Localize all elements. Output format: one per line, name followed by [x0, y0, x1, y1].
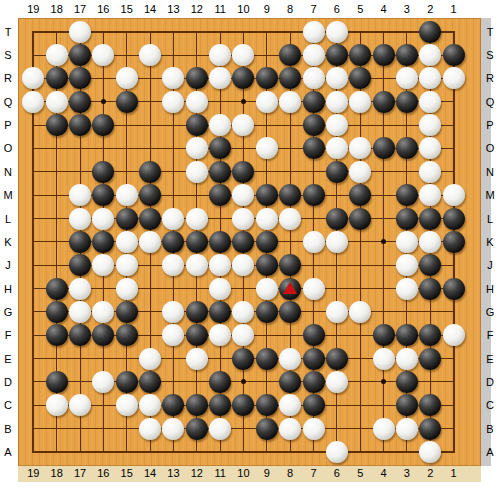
last-move-triangle-marker [283, 282, 297, 294]
white-stone [443, 184, 465, 206]
row-label-left: B [4, 423, 11, 435]
black-stone [186, 231, 208, 253]
row-label-left: G [4, 306, 13, 318]
black-stone [396, 184, 418, 206]
black-stone [46, 114, 68, 136]
white-stone [186, 208, 208, 230]
black-stone [279, 301, 301, 323]
white-stone [116, 394, 138, 416]
white-stone [69, 278, 91, 300]
black-stone [443, 278, 465, 300]
black-stone [92, 161, 114, 183]
black-stone [116, 208, 138, 230]
black-stone [186, 324, 208, 346]
black-stone [209, 161, 231, 183]
column-label-top: 15 [121, 3, 133, 15]
white-stone [443, 67, 465, 89]
column-label-bottom: 7 [310, 467, 316, 479]
black-stone [303, 184, 325, 206]
column-label-bottom: 14 [144, 467, 156, 479]
white-stone [396, 231, 418, 253]
row-label-left: A [4, 446, 11, 458]
white-stone [46, 394, 68, 416]
row-label-left: L [5, 213, 11, 225]
black-stone [279, 371, 301, 393]
white-stone [303, 67, 325, 89]
white-stone [186, 161, 208, 183]
black-stone [396, 44, 418, 66]
row-label-right: Q [486, 96, 495, 108]
black-stone [373, 44, 395, 66]
white-stone [303, 44, 325, 66]
black-stone [209, 301, 231, 323]
row-label-left: P [4, 119, 11, 131]
white-stone [279, 418, 301, 440]
row-label-left: R [4, 72, 12, 84]
white-stone [209, 44, 231, 66]
row-label-right: J [487, 259, 493, 271]
black-stone [256, 418, 278, 440]
row-label-left: Q [4, 96, 13, 108]
white-stone [279, 91, 301, 113]
column-label-top: 17 [74, 3, 86, 15]
row-label-right: S [486, 49, 493, 61]
column-label-top: 1 [451, 3, 457, 15]
white-stone [279, 208, 301, 230]
black-stone [46, 301, 68, 323]
row-label-right: H [486, 283, 494, 295]
white-stone [139, 231, 161, 253]
column-label-bottom: 10 [237, 467, 249, 479]
white-stone [139, 418, 161, 440]
row-label-left: D [4, 376, 12, 388]
column-label-top: 6 [334, 3, 340, 15]
white-stone [116, 278, 138, 300]
column-label-bottom: 3 [404, 467, 410, 479]
black-stone [303, 394, 325, 416]
black-stone [443, 44, 465, 66]
row-label-right: T [487, 26, 494, 38]
row-label-left: H [4, 283, 12, 295]
black-stone [326, 161, 348, 183]
black-stone [256, 394, 278, 416]
black-stone [116, 301, 138, 323]
white-stone [326, 231, 348, 253]
black-stone [256, 231, 278, 253]
column-label-bottom: 4 [380, 467, 386, 479]
column-label-top: 10 [237, 3, 249, 15]
black-stone [139, 208, 161, 230]
row-label-right: C [486, 399, 494, 411]
column-label-bottom: 17 [74, 467, 86, 479]
white-stone [69, 208, 91, 230]
column-label-top: 18 [51, 3, 63, 15]
black-stone [186, 67, 208, 89]
white-stone [419, 231, 441, 253]
row-label-left: J [5, 259, 11, 271]
row-label-right: O [486, 142, 495, 154]
column-label-bottom: 1 [451, 467, 457, 479]
black-stone [69, 44, 91, 66]
black-stone [116, 324, 138, 346]
column-label-top: 9 [264, 3, 270, 15]
black-stone [303, 371, 325, 393]
white-stone [326, 371, 348, 393]
black-stone [443, 208, 465, 230]
white-stone [349, 91, 371, 113]
row-label-right: M [485, 189, 494, 201]
white-stone [162, 208, 184, 230]
column-label-bottom: 12 [191, 467, 203, 479]
black-stone [139, 371, 161, 393]
column-label-top: 2 [427, 3, 433, 15]
black-stone [373, 137, 395, 159]
row-label-right: B [486, 423, 493, 435]
row-label-right: E [486, 353, 493, 365]
row-label-left: T [5, 26, 12, 38]
column-label-bottom: 2 [427, 467, 433, 479]
column-label-bottom: 19 [27, 467, 39, 479]
black-stone [303, 91, 325, 113]
white-stone [256, 208, 278, 230]
white-stone [419, 161, 441, 183]
row-label-left: C [4, 399, 12, 411]
column-label-bottom: 15 [121, 467, 133, 479]
black-stone [303, 114, 325, 136]
row-label-right: A [486, 446, 493, 458]
white-stone [326, 91, 348, 113]
column-label-bottom: 16 [97, 467, 109, 479]
column-label-bottom: 8 [287, 467, 293, 479]
black-stone [373, 324, 395, 346]
column-label-bottom: 13 [167, 467, 179, 479]
column-label-top: 12 [191, 3, 203, 15]
black-stone [186, 418, 208, 440]
black-stone [116, 371, 138, 393]
white-stone [326, 21, 348, 43]
white-stone [232, 208, 254, 230]
black-stone [46, 67, 68, 89]
row-label-right: F [487, 329, 494, 341]
black-stone [256, 254, 278, 276]
column-label-bottom: 18 [51, 467, 63, 479]
white-stone [69, 301, 91, 323]
row-label-right: K [486, 236, 493, 248]
white-stone [116, 184, 138, 206]
black-stone [256, 301, 278, 323]
column-label-top: 13 [167, 3, 179, 15]
row-label-right: L [487, 213, 493, 225]
black-stone [326, 44, 348, 66]
black-stone [46, 371, 68, 393]
white-stone [303, 21, 325, 43]
black-stone [419, 348, 441, 370]
white-stone [162, 418, 184, 440]
black-stone [256, 184, 278, 206]
white-stone [139, 44, 161, 66]
white-stone [349, 161, 371, 183]
white-stone [209, 278, 231, 300]
column-label-top: 8 [287, 3, 293, 15]
white-stone [326, 114, 348, 136]
black-stone [326, 208, 348, 230]
row-label-right: G [486, 306, 495, 318]
black-stone [186, 301, 208, 323]
black-stone [232, 348, 254, 370]
row-label-left: E [4, 353, 11, 365]
black-stone [69, 91, 91, 113]
white-stone [186, 91, 208, 113]
white-stone [279, 348, 301, 370]
black-stone [256, 348, 278, 370]
white-stone [186, 254, 208, 276]
black-stone [209, 231, 231, 253]
row-label-left: F [5, 329, 12, 341]
black-stone [69, 231, 91, 253]
grid-hline [32, 451, 454, 453]
white-stone [46, 91, 68, 113]
row-label-right: R [486, 72, 494, 84]
white-stone [92, 208, 114, 230]
column-label-top: 3 [404, 3, 410, 15]
black-stone [349, 208, 371, 230]
row-label-left: M [3, 189, 12, 201]
black-stone [396, 91, 418, 113]
row-label-left: O [4, 142, 13, 154]
black-stone [443, 231, 465, 253]
white-stone [256, 91, 278, 113]
white-stone [396, 348, 418, 370]
white-stone [396, 418, 418, 440]
white-stone [209, 418, 231, 440]
white-stone [139, 348, 161, 370]
grid-hline [32, 288, 454, 289]
black-stone [396, 371, 418, 393]
black-stone [396, 208, 418, 230]
black-stone [209, 371, 231, 393]
white-stone [116, 67, 138, 89]
row-label-left: K [4, 236, 11, 248]
row-label-right: N [486, 166, 494, 178]
white-stone [116, 231, 138, 253]
black-stone [303, 348, 325, 370]
white-stone [443, 324, 465, 346]
column-label-top: 16 [97, 3, 109, 15]
white-stone [46, 44, 68, 66]
black-stone [326, 348, 348, 370]
white-stone [69, 184, 91, 206]
white-stone [349, 301, 371, 323]
white-stone [116, 254, 138, 276]
column-label-top: 14 [144, 3, 156, 15]
white-stone [22, 91, 44, 113]
column-label-top: 19 [27, 3, 39, 15]
black-stone [373, 91, 395, 113]
column-label-top: 5 [357, 3, 363, 15]
white-stone [162, 91, 184, 113]
black-stone [116, 91, 138, 113]
white-stone [326, 301, 348, 323]
column-label-top: 7 [310, 3, 316, 15]
column-label-bottom: 6 [334, 467, 340, 479]
row-label-right: D [486, 376, 494, 388]
row-label-right: P [486, 119, 493, 131]
white-stone [373, 418, 395, 440]
white-stone [303, 278, 325, 300]
white-stone [303, 231, 325, 253]
white-stone [419, 91, 441, 113]
black-stone [69, 114, 91, 136]
white-stone [396, 254, 418, 276]
black-stone [419, 21, 441, 43]
black-stone [419, 418, 441, 440]
black-stone [419, 208, 441, 230]
white-stone [303, 418, 325, 440]
white-stone [373, 348, 395, 370]
column-label-bottom: 9 [264, 467, 270, 479]
column-label-top: 4 [380, 3, 386, 15]
black-stone [186, 114, 208, 136]
black-stone [139, 161, 161, 183]
black-stone [396, 324, 418, 346]
go-game-screenshot: 1919TT1818SS1717RR1616QQ1515PP1414OO1313… [0, 0, 500, 500]
column-label-bottom: 5 [357, 467, 363, 479]
row-label-left: S [4, 49, 11, 61]
black-stone [46, 324, 68, 346]
black-stone [186, 394, 208, 416]
white-stone [326, 441, 348, 463]
column-label-bottom: 11 [214, 467, 225, 479]
black-stone [303, 324, 325, 346]
white-stone [256, 278, 278, 300]
column-label-top: 11 [214, 3, 225, 15]
black-stone [46, 278, 68, 300]
white-stone [69, 21, 91, 43]
black-stone [419, 278, 441, 300]
black-stone [303, 137, 325, 159]
white-stone [186, 348, 208, 370]
white-stone [396, 278, 418, 300]
row-label-left: N [4, 166, 12, 178]
